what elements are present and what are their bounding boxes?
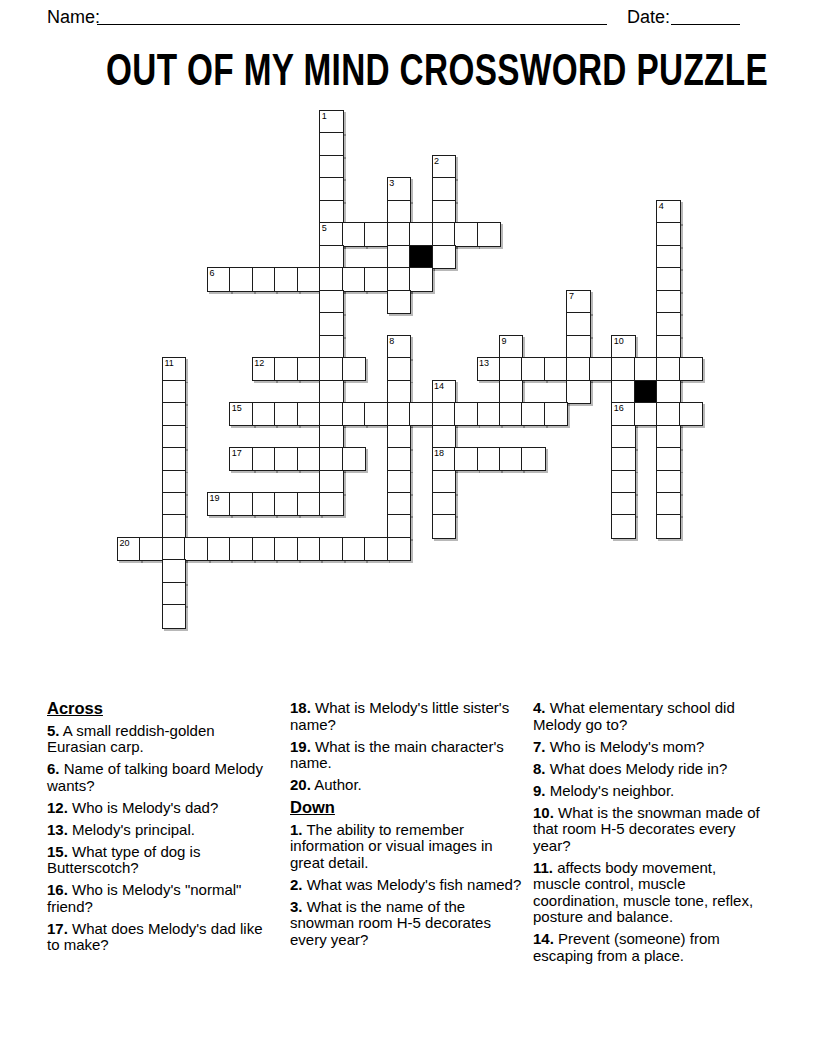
- cell-number: 20: [120, 538, 130, 548]
- cell-number: 9: [501, 336, 506, 346]
- answer-cell[interactable]: [229, 537, 253, 561]
- answer-cell[interactable]: 9: [499, 335, 523, 359]
- answer-cell[interactable]: [611, 357, 635, 381]
- date-input-line[interactable]: [671, 7, 740, 25]
- clues-column-3: 4. What elementary school did Melody go …: [533, 700, 762, 970]
- answer-cell[interactable]: [454, 447, 478, 471]
- clue-number-label: 11.: [533, 859, 553, 876]
- answer-cell[interactable]: [387, 222, 411, 246]
- answer-cell[interactable]: [656, 402, 680, 426]
- answer-cell[interactable]: [297, 402, 321, 426]
- answer-cell[interactable]: [342, 447, 366, 471]
- puzzle-title: OUT OF MY MIND CROSSWORD PUZZLE: [106, 44, 710, 96]
- answer-cell[interactable]: [387, 447, 411, 471]
- across-clues-list-continued: 18. What is Melody's little sister's nam…: [290, 700, 523, 794]
- answer-cell[interactable]: [162, 492, 186, 516]
- cell-number: 8: [389, 336, 394, 346]
- answer-cell[interactable]: [207, 537, 231, 561]
- cell-number: 11: [164, 358, 173, 368]
- answer-cell[interactable]: [656, 245, 680, 269]
- cell-number: 6: [209, 268, 214, 278]
- answer-cell[interactable]: [319, 537, 343, 561]
- cell-number: 16: [614, 403, 624, 413]
- answer-cell[interactable]: [589, 357, 613, 381]
- answer-cell[interactable]: 18: [432, 447, 456, 471]
- answer-cell[interactable]: 7: [566, 290, 590, 314]
- clue-down-8: 8. What does Melody ride in?: [533, 761, 762, 778]
- clue-down-3: 3. What is the name of the snowman room …: [290, 899, 523, 949]
- down-clues-list-continued: 4. What elementary school did Melody go …: [533, 700, 762, 964]
- answer-cell[interactable]: [319, 425, 343, 449]
- answer-cell[interactable]: [252, 492, 276, 516]
- answer-cell[interactable]: 12: [252, 357, 276, 381]
- answer-cell[interactable]: [387, 492, 411, 516]
- answer-cell[interactable]: [252, 537, 276, 561]
- answer-cell[interactable]: [387, 200, 411, 224]
- answer-cell[interactable]: [319, 402, 343, 426]
- clue-across-5: 5. A small reddish-golden Eurasian carp.: [47, 723, 269, 756]
- answer-cell[interactable]: [634, 402, 658, 426]
- clue-number-label: 2.: [290, 876, 303, 893]
- clues-column-1: Across 5. A small reddish-golden Eurasia…: [47, 700, 269, 959]
- clue-down-1: 1. The ability to remember information o…: [290, 822, 523, 872]
- answer-cell[interactable]: [611, 447, 635, 471]
- answer-cell[interactable]: [387, 402, 411, 426]
- answer-cell[interactable]: [566, 380, 590, 404]
- answer-cell[interactable]: [162, 537, 186, 561]
- crossword-worksheet: Name: Date: OUT OF MY MIND CROSSWORD PUZ…: [0, 0, 816, 1056]
- answer-cell[interactable]: [364, 222, 388, 246]
- answer-cell[interactable]: [139, 537, 163, 561]
- answer-cell[interactable]: 10: [611, 335, 635, 359]
- cell-number: 13: [479, 358, 489, 368]
- answer-cell[interactable]: [342, 267, 366, 291]
- answer-cell[interactable]: [319, 267, 343, 291]
- answer-cell[interactable]: [387, 267, 411, 291]
- answer-cell[interactable]: [387, 245, 411, 269]
- answer-cell[interactable]: 14: [432, 380, 456, 404]
- answer-cell[interactable]: 1: [319, 110, 343, 134]
- answer-cell[interactable]: [611, 470, 635, 494]
- answer-cell[interactable]: [319, 177, 343, 201]
- clue-number-label: 1.: [290, 821, 303, 838]
- answer-cell[interactable]: 15: [229, 402, 253, 426]
- cell-number: 14: [434, 381, 444, 391]
- answer-cell[interactable]: [162, 470, 186, 494]
- clue-number-label: 9.: [533, 782, 546, 799]
- answer-cell[interactable]: [387, 537, 411, 561]
- answer-cell[interactable]: [656, 357, 680, 381]
- answer-cell[interactable]: [499, 402, 523, 426]
- answer-cell[interactable]: [409, 402, 433, 426]
- answer-cell[interactable]: [319, 245, 343, 269]
- answer-cell[interactable]: 20: [117, 537, 141, 561]
- down-header: Down: [290, 799, 523, 816]
- answer-cell[interactable]: [297, 267, 321, 291]
- blocked-cell: [409, 245, 433, 269]
- answer-cell[interactable]: [162, 402, 186, 426]
- answer-cell[interactable]: [566, 312, 590, 336]
- answer-cell[interactable]: [319, 312, 343, 336]
- clue-number-label: 12.: [47, 799, 68, 816]
- answer-cell[interactable]: 8: [387, 335, 411, 359]
- clue-across-17: 17. What does Melody's dad like to make?: [47, 921, 269, 954]
- answer-cell[interactable]: [387, 514, 411, 538]
- answer-cell[interactable]: [566, 357, 590, 381]
- answer-cell[interactable]: [297, 537, 321, 561]
- answer-cell[interactable]: [342, 537, 366, 561]
- answer-cell[interactable]: [184, 537, 208, 561]
- answer-cell[interactable]: [499, 447, 523, 471]
- clue-number-label: 10.: [533, 804, 554, 821]
- answer-cell[interactable]: [409, 267, 433, 291]
- answer-cell[interactable]: [162, 380, 186, 404]
- answer-cell[interactable]: [319, 200, 343, 224]
- clue-number-label: 18.: [290, 699, 311, 716]
- answer-cell[interactable]: 3: [387, 177, 411, 201]
- answer-cell[interactable]: [656, 290, 680, 314]
- answer-cell[interactable]: [521, 447, 545, 471]
- cell-number: 17: [232, 448, 242, 458]
- answer-cell[interactable]: [454, 402, 478, 426]
- answer-cell[interactable]: [162, 425, 186, 449]
- cell-number: 18: [434, 448, 444, 458]
- clue-across-16: 16. Who is Melody's "normal" friend?: [47, 882, 269, 915]
- answer-cell[interactable]: [634, 357, 658, 381]
- clue-down-11: 11. affects body movement, muscle contro…: [533, 860, 762, 926]
- answer-cell[interactable]: [342, 222, 366, 246]
- answer-cell[interactable]: 11: [162, 357, 186, 381]
- answer-cell[interactable]: [679, 357, 703, 381]
- answer-cell[interactable]: [319, 447, 343, 471]
- answer-cell[interactable]: 17: [229, 447, 253, 471]
- clue-across-18: 18. What is Melody's little sister's nam…: [290, 700, 523, 733]
- name-input-line[interactable]: [97, 7, 607, 25]
- answer-cell[interactable]: [162, 447, 186, 471]
- cell-number: 2: [434, 156, 439, 166]
- answer-cell[interactable]: [162, 604, 186, 628]
- answer-cell[interactable]: [252, 267, 276, 291]
- answer-cell[interactable]: [229, 267, 253, 291]
- answer-cell[interactable]: [319, 132, 343, 156]
- answer-cell[interactable]: [611, 380, 635, 404]
- clue-across-6: 6. Name of talking board Melody wants?: [47, 761, 269, 794]
- answer-cell[interactable]: [544, 357, 568, 381]
- cell-number: 10: [614, 336, 624, 346]
- answer-cell[interactable]: [387, 290, 411, 314]
- answer-cell[interactable]: [319, 290, 343, 314]
- clue-across-13: 13. Melody's principal.: [47, 822, 269, 839]
- answer-cell[interactable]: [656, 470, 680, 494]
- clue-number-label: 13.: [47, 821, 68, 838]
- answer-cell[interactable]: [611, 425, 635, 449]
- clue-across-15: 15. What type of dog is Butterscotch?: [47, 844, 269, 877]
- crossword-grid: 1234567891011121314151617181920: [117, 110, 705, 631]
- across-header: Across: [47, 700, 269, 717]
- answer-cell[interactable]: [499, 357, 523, 381]
- answer-cell[interactable]: [319, 470, 343, 494]
- answer-cell[interactable]: [274, 537, 298, 561]
- answer-cell[interactable]: [297, 492, 321, 516]
- answer-cell[interactable]: [162, 582, 186, 606]
- cell-number: 5: [322, 223, 327, 233]
- clues-column-2: 18. What is Melody's little sister's nam…: [290, 700, 523, 954]
- answer-cell[interactable]: [477, 447, 501, 471]
- clue-down-9: 9. Melody's neighbor.: [533, 783, 762, 800]
- answer-cell[interactable]: [342, 357, 366, 381]
- answer-cell[interactable]: [432, 177, 456, 201]
- answer-cell[interactable]: [387, 425, 411, 449]
- clue-down-10: 10. What is the snowman made of that roo…: [533, 805, 762, 855]
- answer-cell[interactable]: [252, 402, 276, 426]
- answer-cell[interactable]: [274, 492, 298, 516]
- answer-cell[interactable]: [454, 222, 478, 246]
- clue-number-label: 19.: [290, 738, 311, 755]
- clue-across-12: 12. Who is Melody's dad?: [47, 800, 269, 817]
- answer-cell[interactable]: [162, 559, 186, 583]
- clue-number-label: 3.: [290, 898, 303, 915]
- answer-cell[interactable]: 4: [656, 200, 680, 224]
- clue-down-7: 7. Who is Melody's mom?: [533, 739, 762, 756]
- blocked-cell: [634, 380, 658, 404]
- cell-number: 12: [254, 358, 264, 368]
- cell-number: 7: [569, 291, 574, 301]
- answer-cell[interactable]: [252, 447, 276, 471]
- answer-cell[interactable]: 5: [319, 222, 343, 246]
- answer-cell[interactable]: 19: [207, 492, 231, 516]
- clue-number-label: 6.: [47, 760, 60, 777]
- clue-number-label: 20.: [290, 776, 311, 793]
- answer-cell[interactable]: [656, 222, 680, 246]
- cell-number: 19: [209, 493, 219, 503]
- clue-across-20: 20. Author.: [290, 777, 523, 794]
- answer-cell[interactable]: [566, 335, 590, 359]
- answer-cell[interactable]: [656, 335, 680, 359]
- answer-cell[interactable]: [229, 492, 253, 516]
- answer-cell[interactable]: [656, 380, 680, 404]
- date-label: Date:: [627, 7, 670, 28]
- answer-cell[interactable]: 13: [477, 357, 501, 381]
- clue-number-label: 15.: [47, 843, 68, 860]
- answer-cell[interactable]: [297, 357, 321, 381]
- answer-cell[interactable]: [432, 470, 456, 494]
- name-label: Name:: [47, 7, 100, 28]
- answer-cell[interactable]: [521, 357, 545, 381]
- answer-cell[interactable]: 6: [207, 267, 231, 291]
- answer-cell[interactable]: [274, 447, 298, 471]
- answer-cell[interactable]: [319, 335, 343, 359]
- answer-cell[interactable]: [477, 222, 501, 246]
- answer-cell[interactable]: [387, 470, 411, 494]
- cell-number: 1: [322, 111, 327, 121]
- answer-cell[interactable]: [432, 425, 456, 449]
- answer-cell[interactable]: [364, 537, 388, 561]
- answer-cell[interactable]: [409, 222, 433, 246]
- clue-down-2: 2. What was Melody's fish named?: [290, 877, 523, 894]
- clue-across-19: 19. What is the main character's name.: [290, 739, 523, 772]
- cell-number: 4: [659, 201, 664, 211]
- answer-cell[interactable]: [656, 447, 680, 471]
- answer-cell[interactable]: [319, 380, 343, 404]
- clue-number-label: 16.: [47, 881, 68, 898]
- answer-cell[interactable]: [432, 514, 456, 538]
- answer-cell[interactable]: [319, 492, 343, 516]
- answer-cell[interactable]: [432, 222, 456, 246]
- answer-cell[interactable]: 16: [611, 402, 635, 426]
- answer-cell[interactable]: [162, 514, 186, 538]
- answer-cell[interactable]: [432, 402, 456, 426]
- cell-number: 3: [389, 178, 394, 188]
- answer-cell[interactable]: [477, 402, 501, 426]
- clue-number-label: 17.: [47, 920, 68, 937]
- clue-number-label: 8.: [533, 760, 546, 777]
- clue-number-label: 7.: [533, 738, 546, 755]
- clue-number-label: 14.: [533, 930, 554, 947]
- clue-down-4: 4. What elementary school did Melody go …: [533, 700, 762, 733]
- answer-cell[interactable]: [387, 380, 411, 404]
- answer-cell[interactable]: [656, 312, 680, 336]
- cell-number: 15: [232, 403, 242, 413]
- answer-cell[interactable]: [679, 402, 703, 426]
- answer-cell[interactable]: [274, 267, 298, 291]
- answer-cell[interactable]: [432, 492, 456, 516]
- down-clues-list: 1. The ability to remember information o…: [290, 822, 523, 949]
- answer-cell[interactable]: [297, 447, 321, 471]
- answer-cell[interactable]: [656, 267, 680, 291]
- answer-cell[interactable]: [319, 357, 343, 381]
- answer-cell[interactable]: [656, 425, 680, 449]
- answer-cell[interactable]: [656, 514, 680, 538]
- answer-cell[interactable]: [274, 357, 298, 381]
- answer-cell[interactable]: [432, 200, 456, 224]
- clue-number-label: 4.: [533, 699, 546, 716]
- answer-cell[interactable]: [342, 402, 366, 426]
- answer-cell[interactable]: [544, 402, 568, 426]
- answer-cell[interactable]: [656, 492, 680, 516]
- answer-cell[interactable]: [611, 492, 635, 516]
- answer-cell[interactable]: [432, 245, 456, 269]
- across-clues-list: 5. A small reddish-golden Eurasian carp.…: [47, 723, 269, 954]
- answer-cell[interactable]: [274, 402, 298, 426]
- answer-cell[interactable]: [364, 402, 388, 426]
- answer-cell[interactable]: [319, 155, 343, 179]
- answer-cell[interactable]: [499, 380, 523, 404]
- clue-number-label: 5.: [47, 722, 60, 739]
- clue-down-14: 14. Prevent (someone) from escaping from…: [533, 931, 762, 964]
- answer-cell[interactable]: [364, 267, 388, 291]
- answer-cell[interactable]: 2: [432, 155, 456, 179]
- answer-cell[interactable]: [611, 514, 635, 538]
- answer-cell[interactable]: [387, 357, 411, 381]
- answer-cell[interactable]: [521, 402, 545, 426]
